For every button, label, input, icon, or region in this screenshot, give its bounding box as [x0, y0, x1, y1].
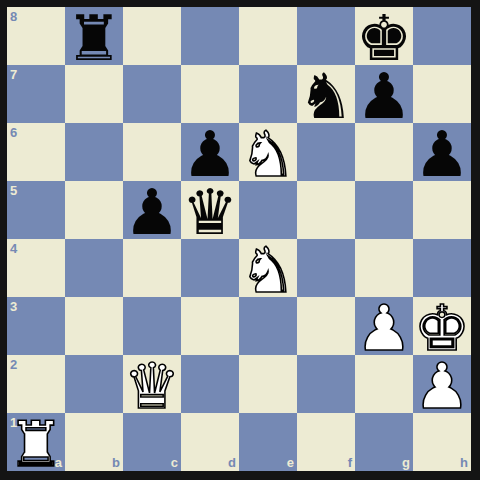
- square-f7[interactable]: ♞: [297, 65, 355, 123]
- white-rook[interactable]: ♜: [7, 415, 65, 473]
- square-b1[interactable]: b: [65, 413, 123, 471]
- coord-rank-3: 3: [10, 300, 17, 313]
- coord-rank-2: 2: [10, 358, 17, 371]
- square-g4[interactable]: [355, 239, 413, 297]
- coord-file-e: e: [287, 456, 294, 469]
- square-a3[interactable]: 3: [7, 297, 65, 355]
- square-e2[interactable]: [239, 355, 297, 413]
- black-rook[interactable]: ♜: [65, 9, 123, 67]
- coord-rank-7: 7: [10, 68, 17, 81]
- coord-file-f: f: [348, 456, 352, 469]
- square-f2[interactable]: [297, 355, 355, 413]
- coord-file-c: c: [171, 456, 178, 469]
- square-a4[interactable]: 4: [7, 239, 65, 297]
- square-b2[interactable]: [65, 355, 123, 413]
- square-a7[interactable]: 7: [7, 65, 65, 123]
- square-b5[interactable]: [65, 181, 123, 239]
- white-pawn[interactable]: ♟: [413, 357, 471, 415]
- coord-file-h: h: [460, 456, 468, 469]
- square-f5[interactable]: [297, 181, 355, 239]
- chess-board: 8♜♚7♞♟6♟♞♟5♟♛4♞3♟♚2♛♟1a♜bcdefgh: [7, 7, 471, 471]
- square-a1[interactable]: 1a♜: [7, 413, 65, 471]
- square-g5[interactable]: [355, 181, 413, 239]
- square-f1[interactable]: f: [297, 413, 355, 471]
- black-knight[interactable]: ♞: [297, 67, 355, 125]
- square-e7[interactable]: [239, 65, 297, 123]
- square-b3[interactable]: [65, 297, 123, 355]
- square-d7[interactable]: [181, 65, 239, 123]
- coord-rank-5: 5: [10, 184, 17, 197]
- square-c7[interactable]: [123, 65, 181, 123]
- square-d1[interactable]: d: [181, 413, 239, 471]
- square-a8[interactable]: 8: [7, 7, 65, 65]
- square-b8[interactable]: ♜: [65, 7, 123, 65]
- square-c3[interactable]: [123, 297, 181, 355]
- square-h7[interactable]: [413, 65, 471, 123]
- white-pawn[interactable]: ♟: [355, 299, 413, 357]
- square-h3[interactable]: ♚: [413, 297, 471, 355]
- square-g7[interactable]: ♟: [355, 65, 413, 123]
- square-e4[interactable]: ♞: [239, 239, 297, 297]
- square-e8[interactable]: [239, 7, 297, 65]
- square-a5[interactable]: 5: [7, 181, 65, 239]
- square-g1[interactable]: g: [355, 413, 413, 471]
- white-queen[interactable]: ♛: [123, 357, 181, 415]
- coord-file-g: g: [402, 456, 410, 469]
- square-b6[interactable]: [65, 123, 123, 181]
- square-e1[interactable]: e: [239, 413, 297, 471]
- square-c2[interactable]: ♛: [123, 355, 181, 413]
- square-d8[interactable]: [181, 7, 239, 65]
- coord-rank-8: 8: [10, 10, 17, 23]
- square-c6[interactable]: [123, 123, 181, 181]
- square-d6[interactable]: ♟: [181, 123, 239, 181]
- square-g8[interactable]: ♚: [355, 7, 413, 65]
- square-d3[interactable]: [181, 297, 239, 355]
- black-king[interactable]: ♚: [355, 9, 413, 67]
- coord-file-d: d: [228, 456, 236, 469]
- white-knight[interactable]: ♞: [239, 125, 297, 183]
- square-d5[interactable]: ♛: [181, 181, 239, 239]
- black-pawn[interactable]: ♟: [181, 125, 239, 183]
- black-pawn[interactable]: ♟: [413, 125, 471, 183]
- square-c8[interactable]: [123, 7, 181, 65]
- black-pawn[interactable]: ♟: [355, 67, 413, 125]
- square-c5[interactable]: ♟: [123, 181, 181, 239]
- square-a2[interactable]: 2: [7, 355, 65, 413]
- square-h2[interactable]: ♟: [413, 355, 471, 413]
- square-g3[interactable]: ♟: [355, 297, 413, 355]
- square-h8[interactable]: [413, 7, 471, 65]
- black-queen[interactable]: ♛: [181, 183, 239, 241]
- square-h6[interactable]: ♟: [413, 123, 471, 181]
- coord-file-b: b: [112, 456, 120, 469]
- square-f3[interactable]: [297, 297, 355, 355]
- white-knight[interactable]: ♞: [239, 241, 297, 299]
- square-a6[interactable]: 6: [7, 123, 65, 181]
- square-h4[interactable]: [413, 239, 471, 297]
- square-d2[interactable]: [181, 355, 239, 413]
- white-king[interactable]: ♚: [413, 299, 471, 357]
- square-f4[interactable]: [297, 239, 355, 297]
- coord-rank-4: 4: [10, 242, 17, 255]
- square-b4[interactable]: [65, 239, 123, 297]
- coord-rank-6: 6: [10, 126, 17, 139]
- square-f8[interactable]: [297, 7, 355, 65]
- square-e6[interactable]: ♞: [239, 123, 297, 181]
- black-pawn[interactable]: ♟: [123, 183, 181, 241]
